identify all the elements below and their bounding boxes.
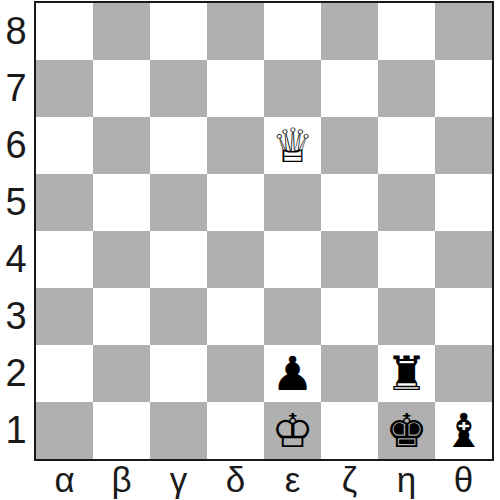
square-c2[interactable] bbox=[150, 345, 207, 402]
square-h8[interactable] bbox=[435, 3, 492, 60]
square-a4[interactable] bbox=[36, 231, 93, 288]
square-g6[interactable] bbox=[378, 117, 435, 174]
square-a7[interactable] bbox=[36, 60, 93, 117]
file-label-zeta: ζ bbox=[321, 461, 378, 499]
white-queen[interactable]: ♕ bbox=[264, 117, 321, 174]
square-h3[interactable] bbox=[435, 288, 492, 345]
square-h4[interactable] bbox=[435, 231, 492, 288]
square-d7[interactable] bbox=[207, 60, 264, 117]
rank-label-6: 6 bbox=[0, 117, 32, 174]
square-h2[interactable] bbox=[435, 345, 492, 402]
square-b8[interactable] bbox=[93, 3, 150, 60]
square-d5[interactable] bbox=[207, 174, 264, 231]
file-label-delta: δ bbox=[207, 461, 264, 499]
square-c1[interactable] bbox=[150, 402, 207, 459]
square-g4[interactable] bbox=[378, 231, 435, 288]
rank-label-4: 4 bbox=[0, 231, 32, 288]
square-e3[interactable] bbox=[264, 288, 321, 345]
square-g2[interactable]: ♜ bbox=[378, 345, 435, 402]
square-a8[interactable] bbox=[36, 3, 93, 60]
rank-labels: 8 7 6 5 4 3 2 1 bbox=[0, 3, 32, 459]
square-d3[interactable] bbox=[207, 288, 264, 345]
rank-label-8: 8 bbox=[0, 3, 32, 60]
square-e1[interactable]: ♔ bbox=[264, 402, 321, 459]
square-g1[interactable]: ♚ bbox=[378, 402, 435, 459]
black-king[interactable]: ♚ bbox=[378, 402, 435, 459]
black-bishop[interactable]: ♝ bbox=[435, 402, 492, 459]
square-d2[interactable] bbox=[207, 345, 264, 402]
file-label-eta: η bbox=[378, 461, 435, 499]
square-f5[interactable] bbox=[321, 174, 378, 231]
black-pawn[interactable]: ♟ bbox=[264, 345, 321, 402]
rank-label-3: 3 bbox=[0, 288, 32, 345]
square-b7[interactable] bbox=[93, 60, 150, 117]
square-g7[interactable] bbox=[378, 60, 435, 117]
square-h7[interactable] bbox=[435, 60, 492, 117]
square-h1[interactable]: ♝ bbox=[435, 402, 492, 459]
white-king[interactable]: ♔ bbox=[264, 402, 321, 459]
square-b4[interactable] bbox=[93, 231, 150, 288]
file-label-epsilon: ε bbox=[264, 461, 321, 499]
square-f8[interactable] bbox=[321, 3, 378, 60]
square-f7[interactable] bbox=[321, 60, 378, 117]
square-c6[interactable] bbox=[150, 117, 207, 174]
square-e4[interactable] bbox=[264, 231, 321, 288]
square-c4[interactable] bbox=[150, 231, 207, 288]
square-f1[interactable] bbox=[321, 402, 378, 459]
square-c7[interactable] bbox=[150, 60, 207, 117]
file-label-alpha: α bbox=[36, 461, 93, 499]
square-g5[interactable] bbox=[378, 174, 435, 231]
square-b1[interactable] bbox=[93, 402, 150, 459]
file-label-beta: β bbox=[93, 461, 150, 499]
square-h6[interactable] bbox=[435, 117, 492, 174]
square-e8[interactable] bbox=[264, 3, 321, 60]
square-b6[interactable] bbox=[93, 117, 150, 174]
square-e5[interactable] bbox=[264, 174, 321, 231]
file-label-theta: θ bbox=[435, 461, 492, 499]
square-f4[interactable] bbox=[321, 231, 378, 288]
chess-diagram: 8 7 6 5 4 3 2 1 ♕♟♜♔♚♝ α β γ δ ε ζ η θ bbox=[0, 0, 500, 500]
rank-label-5: 5 bbox=[0, 174, 32, 231]
square-b5[interactable] bbox=[93, 174, 150, 231]
rank-label-7: 7 bbox=[0, 60, 32, 117]
square-a5[interactable] bbox=[36, 174, 93, 231]
square-g3[interactable] bbox=[378, 288, 435, 345]
square-c8[interactable] bbox=[150, 3, 207, 60]
file-label-gamma: γ bbox=[150, 461, 207, 499]
square-a2[interactable] bbox=[36, 345, 93, 402]
square-f2[interactable] bbox=[321, 345, 378, 402]
square-e7[interactable] bbox=[264, 60, 321, 117]
square-b2[interactable] bbox=[93, 345, 150, 402]
square-e6[interactable]: ♕ bbox=[264, 117, 321, 174]
square-g8[interactable] bbox=[378, 3, 435, 60]
rank-label-1: 1 bbox=[0, 402, 32, 459]
square-f3[interactable] bbox=[321, 288, 378, 345]
square-a6[interactable] bbox=[36, 117, 93, 174]
square-e2[interactable]: ♟ bbox=[264, 345, 321, 402]
file-labels: α β γ δ ε ζ η θ bbox=[36, 461, 492, 499]
square-h5[interactable] bbox=[435, 174, 492, 231]
chess-board: ♕♟♜♔♚♝ bbox=[36, 3, 492, 459]
square-d6[interactable] bbox=[207, 117, 264, 174]
black-rook[interactable]: ♜ bbox=[378, 345, 435, 402]
square-d4[interactable] bbox=[207, 231, 264, 288]
square-a3[interactable] bbox=[36, 288, 93, 345]
square-a1[interactable] bbox=[36, 402, 93, 459]
square-d8[interactable] bbox=[207, 3, 264, 60]
square-c3[interactable] bbox=[150, 288, 207, 345]
board-frame: ♕♟♜♔♚♝ bbox=[34, 1, 494, 461]
square-b3[interactable] bbox=[93, 288, 150, 345]
rank-label-2: 2 bbox=[0, 345, 32, 402]
square-f6[interactable] bbox=[321, 117, 378, 174]
square-d1[interactable] bbox=[207, 402, 264, 459]
square-c5[interactable] bbox=[150, 174, 207, 231]
